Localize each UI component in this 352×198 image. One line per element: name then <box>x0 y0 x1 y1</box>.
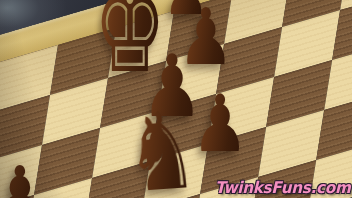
chess-photo-frame: ♚ ♟ ♟ ♟ ♟ ♞ ♟ TwinksFuns.com <box>0 0 352 198</box>
black-pawn-cropped-bottom: ♟ <box>0 156 50 198</box>
black-knight: ♞ <box>124 96 201 198</box>
watermark-text: TwinksFuns.com <box>215 178 350 197</box>
black-pawn-right: ♟ <box>192 85 249 164</box>
